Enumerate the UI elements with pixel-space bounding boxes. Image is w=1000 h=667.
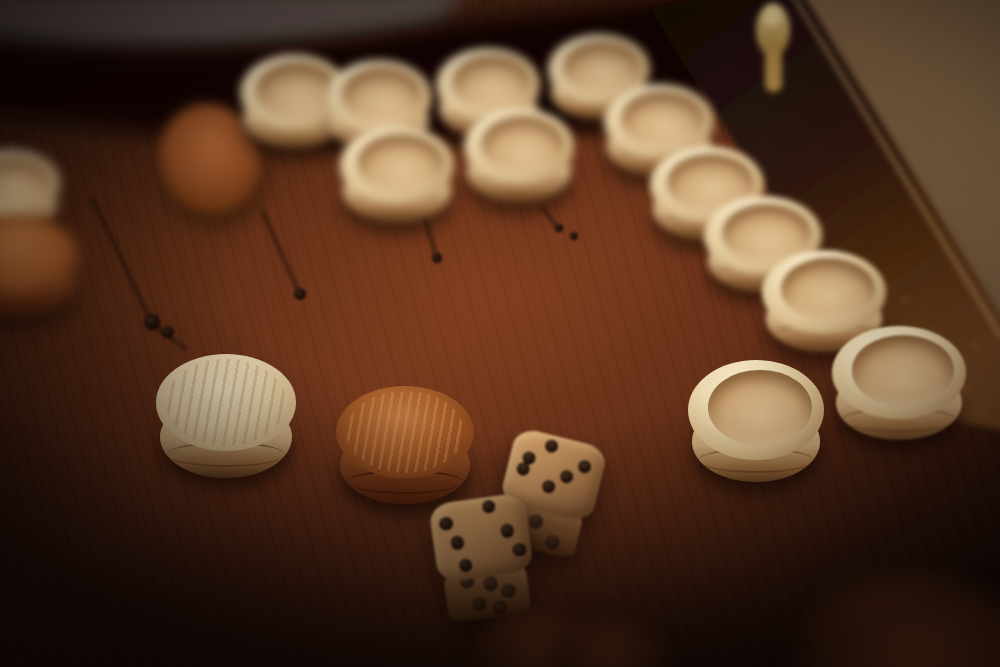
die-pip [500,583,516,599]
die-pip [471,596,487,612]
die-pip [458,558,473,573]
checker-light[interactable] [688,360,824,482]
die-pip [481,499,496,514]
checker-brown-flat[interactable] [336,386,474,504]
pieces-layer [0,0,1000,667]
checker-light-flat[interactable] [156,354,296,478]
checker-cup-hollow [852,335,954,406]
checker-cup-hollow [708,370,811,446]
checker-light[interactable] [464,108,574,202]
cord-knot [162,326,174,338]
die-pip [500,523,515,538]
checker-cup-hollow [781,258,875,321]
backgammon-photo-scene [0,0,1000,667]
die-pip [559,469,575,485]
die-pip [544,534,561,551]
cord-knot [294,288,306,300]
checker-cup-hollow [481,116,565,174]
die-pip [492,600,508,616]
die-pip [482,576,498,592]
cord-knot [555,224,563,232]
string-cord [91,197,154,324]
die-pip [512,542,527,557]
die-pip [541,478,557,494]
checker-brown-blurred [795,575,1000,667]
die-pip [450,535,465,550]
checker-cup-hollow [452,55,531,111]
die-pip [577,459,593,475]
checker-cup-hollow [357,134,444,194]
die-lower[interactable] [428,492,540,624]
checker-brown-edge[interactable] [0,216,78,316]
die-pip [543,438,559,454]
die-pip [439,516,454,531]
cord-knot [432,253,442,263]
checker-light[interactable] [340,126,454,222]
string-cord [261,209,302,296]
checker-top [156,354,296,451]
checker-cup-hollow [621,91,705,148]
checker-top [336,386,474,478]
checker-light[interactable] [832,326,966,440]
die-pip [528,514,545,531]
die-top-face [428,492,534,584]
cord-knot [570,232,578,240]
